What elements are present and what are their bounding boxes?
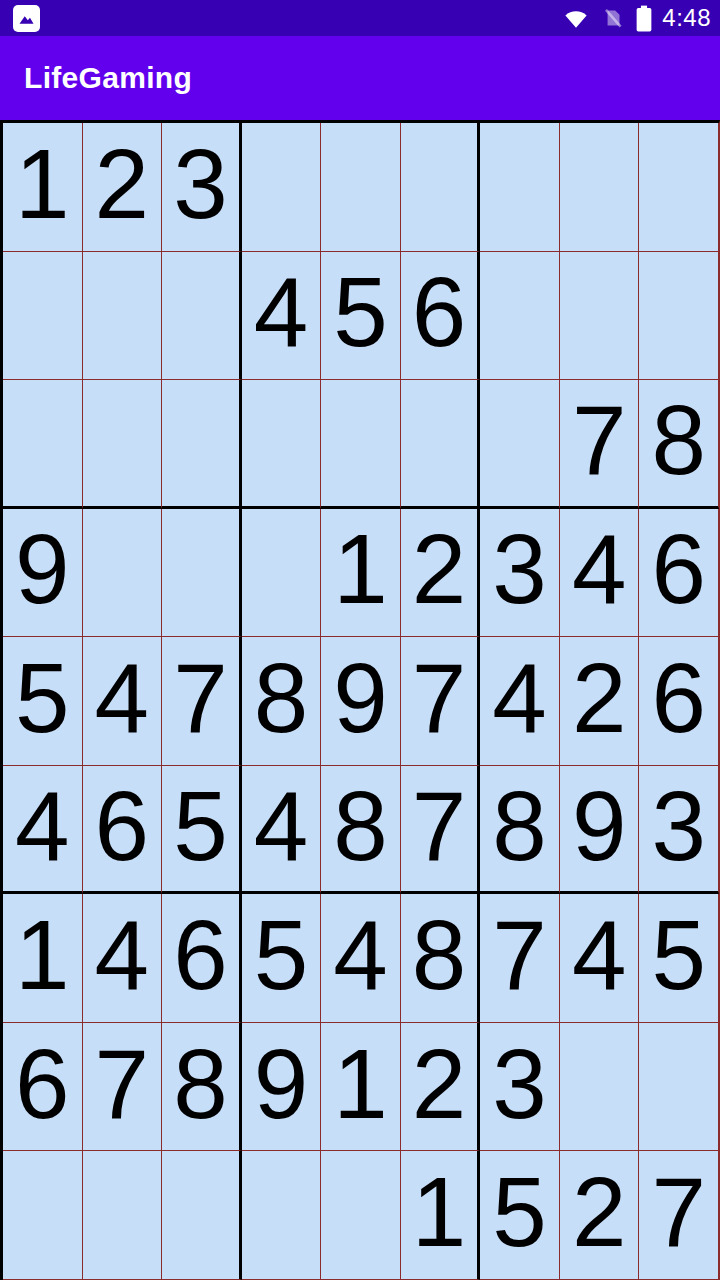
cell-r8c2[interactable]: 7: [83, 1023, 163, 1152]
cell-r1c2[interactable]: 2: [83, 123, 163, 252]
cell-r1c9[interactable]: [639, 123, 719, 252]
cell-r4c8[interactable]: 4: [560, 509, 640, 638]
cell-r7c8[interactable]: 4: [560, 894, 640, 1023]
cell-r3c2[interactable]: [83, 380, 163, 509]
cell-r6c1[interactable]: 4: [3, 766, 83, 895]
cell-r1c8[interactable]: [560, 123, 640, 252]
cell-r9c9[interactable]: 7: [639, 1151, 719, 1280]
cell-r7c4[interactable]: 5: [242, 894, 322, 1023]
cell-r7c9[interactable]: 5: [639, 894, 719, 1023]
cell-r3c6[interactable]: [401, 380, 481, 509]
cell-r3c5[interactable]: [321, 380, 401, 509]
cell-r7c3[interactable]: 6: [162, 894, 242, 1023]
cell-r8c9[interactable]: [639, 1023, 719, 1152]
status-bar-left: [0, 5, 561, 32]
status-time: 4:48: [662, 0, 711, 36]
cell-r2c1[interactable]: [3, 252, 83, 381]
sudoku-board: 1234567891234654789742646548789314654874…: [0, 120, 720, 1280]
cell-r2c7[interactable]: [480, 252, 560, 381]
cell-r5c4[interactable]: 8: [242, 637, 322, 766]
cell-r1c7[interactable]: [480, 123, 560, 252]
cell-r2c2[interactable]: [83, 252, 163, 381]
cell-r9c5[interactable]: [321, 1151, 401, 1280]
cell-r5c2[interactable]: 4: [83, 637, 163, 766]
cell-r6c8[interactable]: 9: [560, 766, 640, 895]
cell-r5c9[interactable]: 6: [639, 637, 719, 766]
cell-r1c4[interactable]: [242, 123, 322, 252]
cell-r8c8[interactable]: [560, 1023, 640, 1152]
cell-r5c6[interactable]: 7: [401, 637, 481, 766]
cell-r3c3[interactable]: [162, 380, 242, 509]
cell-r8c5[interactable]: 1: [321, 1023, 401, 1152]
cell-r6c9[interactable]: 3: [639, 766, 719, 895]
cell-r9c3[interactable]: [162, 1151, 242, 1280]
cell-r3c8[interactable]: 7: [560, 380, 640, 509]
cell-r4c7[interactable]: 3: [480, 509, 560, 638]
cell-r4c6[interactable]: 2: [401, 509, 481, 638]
cell-r2c5[interactable]: 5: [321, 252, 401, 381]
cell-r5c8[interactable]: 2: [560, 637, 640, 766]
cell-r5c1[interactable]: 5: [3, 637, 83, 766]
battery-icon: [635, 5, 653, 32]
cell-r1c6[interactable]: [401, 123, 481, 252]
cell-r4c5[interactable]: 1: [321, 509, 401, 638]
cell-r6c3[interactable]: 5: [162, 766, 242, 895]
cell-r3c9[interactable]: 8: [639, 380, 719, 509]
cell-r1c3[interactable]: 3: [162, 123, 242, 252]
cell-r3c1[interactable]: [3, 380, 83, 509]
cell-r8c7[interactable]: 3: [480, 1023, 560, 1152]
cell-r7c6[interactable]: 8: [401, 894, 481, 1023]
cell-r6c6[interactable]: 7: [401, 766, 481, 895]
cell-r8c3[interactable]: 8: [162, 1023, 242, 1152]
cell-r7c5[interactable]: 4: [321, 894, 401, 1023]
cell-r2c4[interactable]: 4: [242, 252, 322, 381]
cell-r6c4[interactable]: 4: [242, 766, 322, 895]
cell-r1c5[interactable]: [321, 123, 401, 252]
status-bar: 4:48: [0, 0, 720, 36]
cell-r9c7[interactable]: 5: [480, 1151, 560, 1280]
cell-r4c1[interactable]: 9: [3, 509, 83, 638]
cell-r9c8[interactable]: 2: [560, 1151, 640, 1280]
cell-r7c7[interactable]: 7: [480, 894, 560, 1023]
cell-r6c7[interactable]: 8: [480, 766, 560, 895]
cell-r2c3[interactable]: [162, 252, 242, 381]
cell-r8c4[interactable]: 9: [242, 1023, 322, 1152]
cell-r9c4[interactable]: [242, 1151, 322, 1280]
cell-r9c6[interactable]: 1: [401, 1151, 481, 1280]
wifi-icon: [561, 5, 591, 31]
cell-r4c9[interactable]: 6: [639, 509, 719, 638]
cell-r5c5[interactable]: 9: [321, 637, 401, 766]
cell-r2c8[interactable]: [560, 252, 640, 381]
cell-r4c4[interactable]: [242, 509, 322, 638]
cell-r4c3[interactable]: [162, 509, 242, 638]
cell-r2c6[interactable]: 6: [401, 252, 481, 381]
cell-r6c2[interactable]: 6: [83, 766, 163, 895]
status-bar-right: 4:48: [561, 0, 720, 36]
cell-r3c4[interactable]: [242, 380, 322, 509]
cell-r6c5[interactable]: 8: [321, 766, 401, 895]
cell-r1c1[interactable]: 1: [3, 123, 83, 252]
no-sim-icon: [600, 5, 626, 31]
cell-r7c1[interactable]: 1: [3, 894, 83, 1023]
cell-r2c9[interactable]: [639, 252, 719, 381]
app-title: LifeGaming: [0, 61, 192, 95]
mountain-glyph: [16, 8, 37, 29]
cell-r5c7[interactable]: 4: [480, 637, 560, 766]
cell-r8c1[interactable]: 6: [3, 1023, 83, 1152]
android-screen: 4:48 LifeGaming 123456789123465478974264…: [0, 0, 720, 1280]
cell-r9c1[interactable]: [3, 1151, 83, 1280]
image-notification-icon: [13, 5, 40, 32]
cell-r8c6[interactable]: 2: [401, 1023, 481, 1152]
cell-r7c2[interactable]: 4: [83, 894, 163, 1023]
app-bar: LifeGaming: [0, 36, 720, 120]
cell-r3c7[interactable]: [480, 380, 560, 509]
cell-r5c3[interactable]: 7: [162, 637, 242, 766]
cell-r9c2[interactable]: [83, 1151, 163, 1280]
cell-r4c2[interactable]: [83, 509, 163, 638]
